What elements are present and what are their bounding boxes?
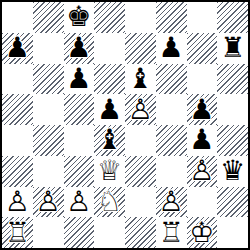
square-a3[interactable] (2, 156, 33, 187)
square-a2[interactable]: ♟♙ (2, 187, 33, 218)
square-c6[interactable]: ♟♟ (64, 64, 95, 95)
square-e4[interactable] (125, 125, 156, 156)
black-pawn: ♟♟ (156, 33, 187, 64)
piece-glyph: ♖ (2, 217, 33, 248)
square-b6[interactable] (33, 64, 64, 95)
square-d1[interactable] (94, 217, 125, 248)
square-d8[interactable] (94, 2, 125, 33)
square-b1[interactable] (33, 217, 64, 248)
black-pawn: ♟♟ (187, 94, 218, 125)
piece-glyph: ♟ (94, 94, 125, 125)
piece-glyph: ♟ (156, 33, 187, 64)
black-pawn: ♟♟ (94, 94, 125, 125)
chess-board: ♚♚♟♟♟♟♟♟♜♜♟♟♝♝♟♟♟♙♟♟♝♝♟♟♛♕♟♙♛♛♟♙♟♙♟♙♞♘♟♙… (0, 0, 250, 250)
black-queen: ♛♛ (217, 156, 248, 187)
square-e3[interactable] (125, 156, 156, 187)
white-rook: ♜♖ (2, 217, 33, 248)
square-b8[interactable] (33, 2, 64, 33)
square-f4[interactable] (156, 125, 187, 156)
white-queen: ♛♕ (94, 156, 125, 187)
piece-glyph: ♛ (217, 156, 248, 187)
square-c4[interactable] (64, 125, 95, 156)
piece-glyph: ♟ (64, 64, 95, 95)
white-knight: ♞♘ (94, 187, 125, 218)
square-c1[interactable] (64, 217, 95, 248)
square-c7[interactable]: ♟♟ (64, 33, 95, 64)
square-a4[interactable] (2, 125, 33, 156)
square-e5[interactable]: ♟♙ (125, 94, 156, 125)
square-c3[interactable] (64, 156, 95, 187)
piece-glyph: ♙ (64, 187, 95, 218)
white-pawn: ♟♙ (33, 187, 64, 218)
square-e8[interactable] (125, 2, 156, 33)
piece-glyph: ♙ (2, 187, 33, 218)
square-g5[interactable]: ♟♟ (187, 94, 218, 125)
square-f5[interactable] (156, 94, 187, 125)
black-pawn: ♟♟ (187, 125, 218, 156)
square-h1[interactable] (217, 217, 248, 248)
square-g6[interactable] (187, 64, 218, 95)
piece-glyph: ♜ (217, 33, 248, 64)
piece-glyph: ♕ (94, 156, 125, 187)
piece-glyph: ♖ (156, 217, 187, 248)
square-d3[interactable]: ♛♕ (94, 156, 125, 187)
square-e2[interactable] (125, 187, 156, 218)
square-f3[interactable] (156, 156, 187, 187)
square-g4[interactable]: ♟♟ (187, 125, 218, 156)
piece-glyph: ♟ (2, 33, 33, 64)
square-d2[interactable]: ♞♘ (94, 187, 125, 218)
black-bishop: ♝♝ (94, 125, 125, 156)
square-b3[interactable] (33, 156, 64, 187)
square-g1[interactable]: ♚♔ (187, 217, 218, 248)
square-h2[interactable] (217, 187, 248, 218)
square-e1[interactable] (125, 217, 156, 248)
piece-glyph: ♙ (33, 187, 64, 218)
piece-glyph: ♟ (187, 125, 218, 156)
square-d6[interactable] (94, 64, 125, 95)
square-a7[interactable]: ♟♟ (2, 33, 33, 64)
square-g8[interactable] (187, 2, 218, 33)
square-f8[interactable] (156, 2, 187, 33)
square-c5[interactable] (64, 94, 95, 125)
piece-glyph: ♟ (187, 94, 218, 125)
square-c8[interactable]: ♚♚ (64, 2, 95, 33)
white-rook: ♜♖ (156, 217, 187, 248)
square-b2[interactable]: ♟♙ (33, 187, 64, 218)
black-pawn: ♟♟ (64, 64, 95, 95)
piece-glyph: ♙ (187, 156, 218, 187)
square-g7[interactable] (187, 33, 218, 64)
white-king: ♚♔ (187, 217, 218, 248)
black-rook: ♜♜ (217, 33, 248, 64)
piece-glyph: ♚ (64, 2, 95, 33)
square-a6[interactable] (2, 64, 33, 95)
piece-glyph: ♟ (64, 33, 95, 64)
square-c2[interactable]: ♟♙ (64, 187, 95, 218)
square-h8[interactable] (217, 2, 248, 33)
white-pawn: ♟♙ (2, 187, 33, 218)
square-f1[interactable]: ♜♖ (156, 217, 187, 248)
square-d5[interactable]: ♟♟ (94, 94, 125, 125)
square-a5[interactable] (2, 94, 33, 125)
square-h7[interactable]: ♜♜ (217, 33, 248, 64)
square-f7[interactable]: ♟♟ (156, 33, 187, 64)
square-h3[interactable]: ♛♛ (217, 156, 248, 187)
white-pawn: ♟♙ (187, 156, 218, 187)
square-e6[interactable]: ♝♝ (125, 64, 156, 95)
black-pawn: ♟♟ (64, 33, 95, 64)
square-a1[interactable]: ♜♖ (2, 217, 33, 248)
square-h6[interactable] (217, 64, 248, 95)
square-f2[interactable]: ♟♙ (156, 187, 187, 218)
square-b5[interactable] (33, 94, 64, 125)
square-b4[interactable] (33, 125, 64, 156)
square-g2[interactable] (187, 187, 218, 218)
square-d4[interactable]: ♝♝ (94, 125, 125, 156)
white-pawn: ♟♙ (125, 94, 156, 125)
piece-glyph: ♘ (94, 187, 125, 218)
square-d7[interactable] (94, 33, 125, 64)
square-g3[interactable]: ♟♙ (187, 156, 218, 187)
piece-glyph: ♙ (156, 187, 187, 218)
black-king: ♚♚ (64, 2, 95, 33)
white-pawn: ♟♙ (156, 187, 187, 218)
black-bishop: ♝♝ (125, 64, 156, 95)
square-h5[interactable] (217, 94, 248, 125)
white-pawn: ♟♙ (64, 187, 95, 218)
square-e7[interactable] (125, 33, 156, 64)
piece-glyph: ♝ (94, 125, 125, 156)
square-h4[interactable] (217, 125, 248, 156)
black-pawn: ♟♟ (2, 33, 33, 64)
piece-glyph: ♙ (125, 94, 156, 125)
square-b7[interactable] (33, 33, 64, 64)
square-f6[interactable] (156, 64, 187, 95)
piece-glyph: ♝ (125, 64, 156, 95)
piece-glyph: ♔ (187, 217, 218, 248)
square-a8[interactable] (2, 2, 33, 33)
